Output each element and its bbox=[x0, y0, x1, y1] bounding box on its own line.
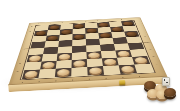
square-r8c6[interactable] bbox=[103, 65, 121, 74]
die[interactable] bbox=[162, 77, 170, 86]
light-checker[interactable] bbox=[121, 66, 135, 73]
checkers-board bbox=[8, 17, 168, 86]
square-r8c4[interactable] bbox=[71, 67, 87, 76]
square-r8c5[interactable] bbox=[87, 66, 104, 75]
board-grid bbox=[22, 21, 153, 79]
light-checker[interactable] bbox=[59, 54, 71, 60]
light-checker[interactable] bbox=[89, 67, 102, 74]
light-checker[interactable] bbox=[73, 60, 85, 67]
product-photo-stage bbox=[0, 0, 180, 111]
loose-dark-checker[interactable] bbox=[164, 88, 176, 97]
brass-clasp[interactable] bbox=[119, 80, 125, 85]
light-checker[interactable] bbox=[117, 51, 130, 57]
light-checker[interactable] bbox=[57, 69, 70, 76]
light-checker[interactable] bbox=[104, 59, 117, 66]
light-checker[interactable] bbox=[42, 62, 55, 69]
light-checker[interactable] bbox=[29, 55, 42, 61]
square-r8c8[interactable] bbox=[134, 64, 153, 73]
square-r8c2[interactable] bbox=[38, 69, 55, 78]
light-checker[interactable] bbox=[88, 52, 100, 58]
playing-area bbox=[20, 20, 156, 80]
square-r8c3[interactable] bbox=[55, 68, 72, 77]
light-checker[interactable] bbox=[134, 57, 148, 63]
light-checker[interactable] bbox=[24, 71, 38, 78]
